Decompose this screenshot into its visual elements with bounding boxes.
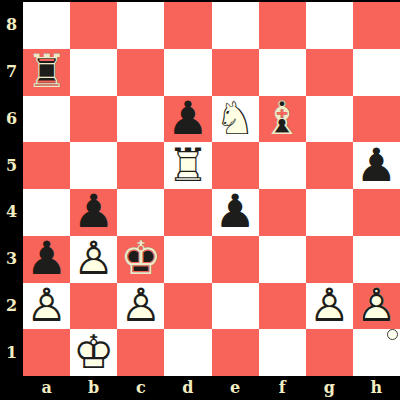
- square-e7[interactable]: [212, 49, 259, 96]
- square-g1[interactable]: [306, 329, 353, 376]
- square-e4[interactable]: ♟: [212, 189, 259, 236]
- square-d8[interactable]: [164, 2, 211, 49]
- square-g6[interactable]: [306, 96, 353, 143]
- square-g3[interactable]: [306, 236, 353, 283]
- rank-label-2: 2: [0, 283, 23, 330]
- piece-black-pawn[interactable]: ♟: [212, 189, 259, 236]
- square-e6[interactable]: ♞♘: [212, 96, 259, 143]
- square-g8[interactable]: [306, 2, 353, 49]
- square-c7[interactable]: [117, 49, 164, 96]
- file-label-b: b: [70, 376, 117, 400]
- piece-white-knight[interactable]: ♞♘: [212, 96, 259, 143]
- black-king-outline-icon: ♔: [117, 236, 164, 283]
- file-label-e: e: [212, 376, 259, 400]
- square-d2[interactable]: [164, 283, 211, 330]
- square-c2[interactable]: ♟♙: [117, 283, 164, 330]
- square-c1[interactable]: [117, 329, 164, 376]
- file-label-d: d: [164, 376, 211, 400]
- square-a3[interactable]: ♟: [23, 236, 70, 283]
- piece-black-pawn[interactable]: ♟: [23, 236, 70, 283]
- white-pawn-outline-icon: ♙: [70, 236, 117, 283]
- file-label-h: h: [353, 376, 400, 400]
- square-h6[interactable]: [353, 96, 400, 143]
- piece-white-pawn[interactable]: ♟♙: [117, 283, 164, 330]
- square-f2[interactable]: [259, 283, 306, 330]
- file-labels: abcdefgh: [23, 376, 400, 400]
- square-e1[interactable]: [212, 329, 259, 376]
- square-a6[interactable]: [23, 96, 70, 143]
- white-king-outline-icon: ♔: [70, 329, 117, 376]
- board-frame: 87654321 ♜♖♟♞♘♝♗♜♖♟♟♟♟♟♙♚♔♟♙♟♙♟♙♟♙♚♔ abc…: [0, 0, 400, 400]
- rank-labels: 87654321: [0, 2, 23, 376]
- white-knight-outline-icon: ♘: [212, 96, 259, 143]
- file-label-a: a: [23, 376, 70, 400]
- file-label-f: f: [259, 376, 306, 400]
- square-d7[interactable]: [164, 49, 211, 96]
- square-b5[interactable]: [70, 142, 117, 189]
- square-d1[interactable]: [164, 329, 211, 376]
- square-g4[interactable]: [306, 189, 353, 236]
- piece-white-rook[interactable]: ♜♖: [164, 142, 211, 189]
- black-pawn-icon: ♟: [70, 189, 117, 236]
- square-d3[interactable]: [164, 236, 211, 283]
- piece-white-pawn[interactable]: ♟♙: [306, 283, 353, 330]
- square-g7[interactable]: [306, 49, 353, 96]
- piece-white-pawn[interactable]: ♟♙: [353, 283, 400, 330]
- square-f1[interactable]: [259, 329, 306, 376]
- rank-label-5: 5: [0, 142, 23, 189]
- square-c4[interactable]: [117, 189, 164, 236]
- piece-black-bishop[interactable]: ♝♗: [259, 96, 306, 143]
- square-b1[interactable]: ♚♔: [70, 329, 117, 376]
- square-a4[interactable]: [23, 189, 70, 236]
- square-e3[interactable]: [212, 236, 259, 283]
- rank-label-3: 3: [0, 236, 23, 283]
- square-a8[interactable]: [23, 2, 70, 49]
- piece-black-pawn[interactable]: ♟: [164, 96, 211, 143]
- square-h1[interactable]: [353, 329, 400, 376]
- square-h4[interactable]: [353, 189, 400, 236]
- square-a2[interactable]: ♟♙: [23, 283, 70, 330]
- square-d4[interactable]: [164, 189, 211, 236]
- square-g5[interactable]: [306, 142, 353, 189]
- square-e5[interactable]: [212, 142, 259, 189]
- piece-black-rook[interactable]: ♜♖: [23, 49, 70, 96]
- piece-white-king[interactable]: ♚♔: [70, 329, 117, 376]
- square-f8[interactable]: [259, 2, 306, 49]
- square-c8[interactable]: [117, 2, 164, 49]
- square-e2[interactable]: [212, 283, 259, 330]
- square-h5[interactable]: ♟: [353, 142, 400, 189]
- piece-white-pawn[interactable]: ♟♙: [70, 236, 117, 283]
- square-f3[interactable]: [259, 236, 306, 283]
- square-b2[interactable]: [70, 283, 117, 330]
- black-pawn-icon: ♟: [23, 236, 70, 283]
- rank-label-6: 6: [0, 96, 23, 143]
- white-pawn-outline-icon: ♙: [306, 283, 353, 330]
- square-h7[interactable]: [353, 49, 400, 96]
- black-rook-outline-icon: ♖: [23, 49, 70, 96]
- square-b7[interactable]: [70, 49, 117, 96]
- square-h8[interactable]: [353, 2, 400, 49]
- rank-label-7: 7: [0, 49, 23, 96]
- square-c6[interactable]: [117, 96, 164, 143]
- square-h3[interactable]: [353, 236, 400, 283]
- chess-board: ♜♖♟♞♘♝♗♜♖♟♟♟♟♟♙♚♔♟♙♟♙♟♙♟♙♚♔: [23, 2, 400, 376]
- square-f7[interactable]: [259, 49, 306, 96]
- square-f5[interactable]: [259, 142, 306, 189]
- piece-white-pawn[interactable]: ♟♙: [23, 283, 70, 330]
- square-f4[interactable]: [259, 189, 306, 236]
- rank-label-1: 1: [0, 329, 23, 376]
- square-b6[interactable]: [70, 96, 117, 143]
- square-f6[interactable]: ♝♗: [259, 96, 306, 143]
- piece-black-pawn[interactable]: ♟: [353, 142, 400, 189]
- rank-label-4: 4: [0, 189, 23, 236]
- rank-label-8: 8: [0, 2, 23, 49]
- square-b3[interactable]: ♟♙: [70, 236, 117, 283]
- black-pawn-icon: ♟: [212, 189, 259, 236]
- white-rook-outline-icon: ♖: [164, 142, 211, 189]
- square-h2[interactable]: ♟♙: [353, 283, 400, 330]
- square-d5[interactable]: ♜♖: [164, 142, 211, 189]
- square-a5[interactable]: [23, 142, 70, 189]
- piece-black-king[interactable]: ♚♔: [117, 236, 164, 283]
- square-a7[interactable]: ♜♖: [23, 49, 70, 96]
- square-a1[interactable]: [23, 329, 70, 376]
- square-e8[interactable]: [212, 2, 259, 49]
- square-b4[interactable]: ♟: [70, 189, 117, 236]
- white-pawn-outline-icon: ♙: [353, 283, 400, 330]
- white-pawn-outline-icon: ♙: [23, 283, 70, 330]
- black-pawn-icon: ♟: [353, 142, 400, 189]
- square-c3[interactable]: ♚♔: [117, 236, 164, 283]
- file-label-c: c: [117, 376, 164, 400]
- square-b8[interactable]: [70, 2, 117, 49]
- piece-black-pawn[interactable]: ♟: [70, 189, 117, 236]
- square-g2[interactable]: ♟♙: [306, 283, 353, 330]
- file-label-g: g: [306, 376, 353, 400]
- white-pawn-outline-icon: ♙: [117, 283, 164, 330]
- black-bishop-outline-icon: ♗: [259, 96, 306, 143]
- black-pawn-icon: ♟: [164, 96, 211, 143]
- white-to-move-indicator: [387, 329, 398, 340]
- square-c5[interactable]: [117, 142, 164, 189]
- square-d6[interactable]: ♟: [164, 96, 211, 143]
